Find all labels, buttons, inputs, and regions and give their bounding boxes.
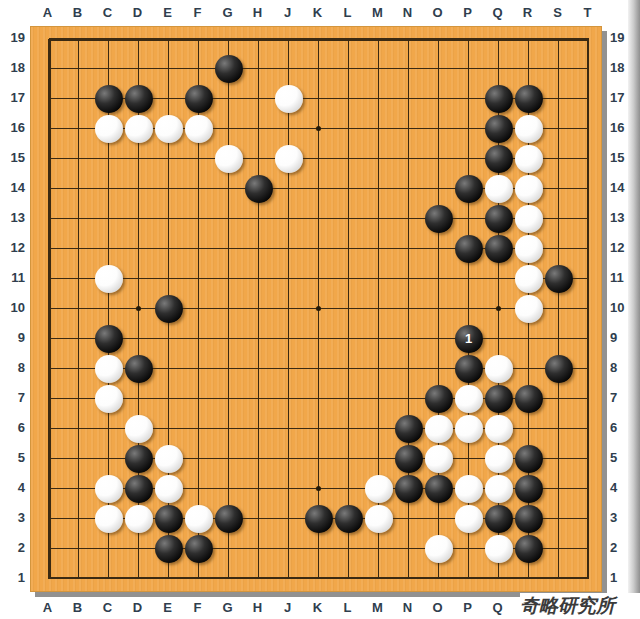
black-stone[interactable]	[485, 145, 513, 173]
top-coordinate-strip: ABCDEFGHJKLMNOPQRST	[0, 0, 640, 26]
black-stone[interactable]	[215, 55, 243, 83]
star-point	[496, 306, 501, 311]
white-stone[interactable]	[515, 265, 543, 293]
white-stone[interactable]	[485, 475, 513, 503]
coordinate-label-bottom: A	[33, 599, 63, 617]
white-stone[interactable]	[455, 385, 483, 413]
coordinate-label-left: 18	[0, 59, 25, 77]
star-point	[136, 306, 141, 311]
coordinate-label-top: N	[393, 4, 423, 22]
coordinate-label-right: 16	[610, 119, 630, 137]
white-stone[interactable]	[455, 475, 483, 503]
black-stone[interactable]	[425, 475, 453, 503]
white-stone[interactable]	[485, 415, 513, 443]
coordinate-label-top: B	[63, 4, 93, 22]
coordinate-label-top: O	[423, 4, 453, 22]
white-stone[interactable]	[425, 535, 453, 563]
coordinate-label-right: 17	[610, 89, 630, 107]
white-stone[interactable]	[125, 415, 153, 443]
star-point	[316, 486, 321, 491]
coordinate-label-top: Q	[483, 4, 513, 22]
black-stone[interactable]	[95, 85, 123, 113]
white-stone[interactable]	[95, 385, 123, 413]
black-stone[interactable]	[515, 445, 543, 473]
black-stone[interactable]	[485, 205, 513, 233]
watermark-text: 奇略研究所	[520, 593, 640, 619]
coordinate-label-right: 12	[610, 239, 630, 257]
coordinate-label-left: 3	[0, 509, 25, 527]
coordinate-label-bottom: K	[303, 599, 333, 617]
coordinate-label-left: 1	[0, 569, 25, 587]
coordinate-label-top: P	[453, 4, 483, 22]
coordinate-label-bottom: M	[363, 599, 393, 617]
coordinate-label-right: 6	[610, 419, 630, 437]
star-point	[316, 126, 321, 131]
black-stone[interactable]	[245, 175, 273, 203]
black-stone[interactable]	[425, 385, 453, 413]
coordinate-label-right: 19	[610, 29, 630, 47]
page-edge-gradient	[628, 0, 640, 619]
black-stone[interactable]	[545, 265, 573, 293]
coordinate-label-left: 8	[0, 359, 25, 377]
white-stone[interactable]	[155, 475, 183, 503]
black-stone[interactable]	[395, 415, 423, 443]
coordinate-label-bottom: Q	[483, 599, 513, 617]
white-stone[interactable]	[485, 175, 513, 203]
white-stone[interactable]	[455, 415, 483, 443]
coordinate-label-bottom: F	[183, 599, 213, 617]
coordinate-label-right: 15	[610, 149, 630, 167]
coordinate-label-left: 2	[0, 539, 25, 557]
black-stone[interactable]	[125, 445, 153, 473]
black-stone[interactable]	[455, 175, 483, 203]
coordinate-label-right: 11	[610, 269, 630, 287]
right-coordinate-strip: 19181716151413121110987654321	[607, 26, 628, 619]
coordinate-label-top: D	[123, 4, 153, 22]
black-stone[interactable]	[515, 85, 543, 113]
black-stone[interactable]	[425, 205, 453, 233]
coordinate-label-top: J	[273, 4, 303, 22]
coordinate-label-right: 2	[610, 539, 630, 557]
go-diagram: ABCDEFGHJKLMNOPQRST 19181716151413121110…	[0, 0, 640, 619]
black-stone[interactable]	[545, 355, 573, 383]
white-stone[interactable]	[125, 115, 153, 143]
white-stone[interactable]	[275, 145, 303, 173]
coordinate-label-top: K	[303, 4, 333, 22]
black-stone[interactable]	[485, 115, 513, 143]
white-stone[interactable]	[95, 265, 123, 293]
coordinate-label-left: 7	[0, 389, 25, 407]
coordinate-label-left: 14	[0, 179, 25, 197]
coordinate-label-bottom: N	[393, 599, 423, 617]
black-stone[interactable]	[485, 85, 513, 113]
coordinate-label-left: 16	[0, 119, 25, 137]
coordinate-label-right: 13	[610, 209, 630, 227]
white-stone[interactable]	[185, 505, 213, 533]
white-stone[interactable]	[455, 505, 483, 533]
white-stone[interactable]	[185, 115, 213, 143]
coordinate-label-left: 17	[0, 89, 25, 107]
coordinate-label-top: C	[93, 4, 123, 22]
black-stone[interactable]	[485, 385, 513, 413]
coordinate-label-right: 9	[610, 329, 630, 347]
black-stone[interactable]	[185, 85, 213, 113]
coordinate-label-top: R	[513, 4, 543, 22]
white-stone[interactable]	[95, 475, 123, 503]
black-stone[interactable]	[125, 475, 153, 503]
coordinate-label-right: 1	[610, 569, 630, 587]
black-stone[interactable]	[485, 235, 513, 263]
coordinate-label-left: 12	[0, 239, 25, 257]
coordinate-label-bottom: E	[153, 599, 183, 617]
black-stone[interactable]	[485, 505, 513, 533]
coordinate-label-top: H	[243, 4, 273, 22]
white-stone[interactable]	[155, 115, 183, 143]
left-coordinate-strip: 19181716151413121110987654321	[0, 26, 30, 619]
white-stone[interactable]	[95, 355, 123, 383]
coordinate-label-left: 5	[0, 449, 25, 467]
white-stone[interactable]	[365, 475, 393, 503]
coordinate-label-bottom: L	[333, 599, 363, 617]
white-stone[interactable]	[485, 445, 513, 473]
black-stone[interactable]	[155, 505, 183, 533]
coordinate-label-left: 13	[0, 209, 25, 227]
black-stone[interactable]	[455, 235, 483, 263]
coordinate-label-top: A	[33, 4, 63, 22]
coordinate-label-left: 4	[0, 479, 25, 497]
white-stone[interactable]	[515, 115, 543, 143]
black-stone[interactable]	[395, 445, 423, 473]
coordinate-label-right: 3	[610, 509, 630, 527]
white-stone[interactable]	[515, 295, 543, 323]
coordinate-label-bottom: H	[243, 599, 273, 617]
white-stone[interactable]	[95, 115, 123, 143]
move-number-label: 1	[455, 325, 483, 353]
coordinate-label-bottom: C	[93, 599, 123, 617]
coordinate-label-top: F	[183, 4, 213, 22]
coordinate-label-right: 10	[610, 299, 630, 317]
coordinate-label-bottom: O	[423, 599, 453, 617]
coordinate-label-top: E	[153, 4, 183, 22]
coordinate-label-left: 15	[0, 149, 25, 167]
white-stone[interactable]	[365, 505, 393, 533]
white-stone[interactable]	[485, 535, 513, 563]
white-stone[interactable]	[275, 85, 303, 113]
white-stone[interactable]	[515, 175, 543, 203]
coordinate-label-top: G	[213, 4, 243, 22]
black-stone[interactable]	[305, 505, 333, 533]
black-stone[interactable]: 1	[455, 325, 483, 353]
black-stone[interactable]	[515, 475, 543, 503]
coordinate-label-bottom: B	[63, 599, 93, 617]
coordinate-label-left: 9	[0, 329, 25, 347]
coordinate-label-left: 19	[0, 29, 25, 47]
white-stone[interactable]	[95, 505, 123, 533]
coordinate-label-top: M	[363, 4, 393, 22]
white-stone[interactable]	[485, 355, 513, 383]
coordinate-label-top: S	[543, 4, 573, 22]
white-stone[interactable]	[515, 145, 543, 173]
coordinate-label-right: 14	[610, 179, 630, 197]
coordinate-label-bottom: P	[453, 599, 483, 617]
black-stone[interactable]	[95, 325, 123, 353]
coordinate-label-right: 18	[610, 59, 630, 77]
coordinate-label-bottom: J	[273, 599, 303, 617]
black-stone[interactable]	[125, 355, 153, 383]
black-stone[interactable]	[395, 475, 423, 503]
black-stone[interactable]	[515, 535, 543, 563]
black-stone[interactable]	[215, 505, 243, 533]
coordinate-label-right: 5	[610, 449, 630, 467]
coordinate-label-bottom: G	[213, 599, 243, 617]
coordinate-label-top: L	[333, 4, 363, 22]
coordinate-label-right: 4	[610, 479, 630, 497]
coordinate-label-left: 10	[0, 299, 25, 317]
coordinate-label-right: 7	[610, 389, 630, 407]
black-stone[interactable]	[155, 535, 183, 563]
go-board[interactable]: 1	[30, 26, 602, 592]
white-stone[interactable]	[425, 445, 453, 473]
coordinate-label-right: 8	[610, 359, 630, 377]
white-stone[interactable]	[125, 505, 153, 533]
black-stone[interactable]	[515, 385, 543, 413]
coordinate-label-left: 6	[0, 419, 25, 437]
white-stone[interactable]	[215, 145, 243, 173]
coordinate-label-top: T	[573, 4, 603, 22]
star-point	[316, 306, 321, 311]
black-stone[interactable]	[515, 505, 543, 533]
black-stone[interactable]	[185, 535, 213, 563]
coordinate-label-bottom: D	[123, 599, 153, 617]
black-stone[interactable]	[335, 505, 363, 533]
white-stone[interactable]	[155, 445, 183, 473]
coordinate-label-left: 11	[0, 269, 25, 287]
black-stone[interactable]	[125, 85, 153, 113]
white-stone[interactable]	[515, 205, 543, 233]
black-stone[interactable]	[455, 355, 483, 383]
white-stone[interactable]	[515, 235, 543, 263]
black-stone[interactable]	[155, 295, 183, 323]
white-stone[interactable]	[425, 415, 453, 443]
